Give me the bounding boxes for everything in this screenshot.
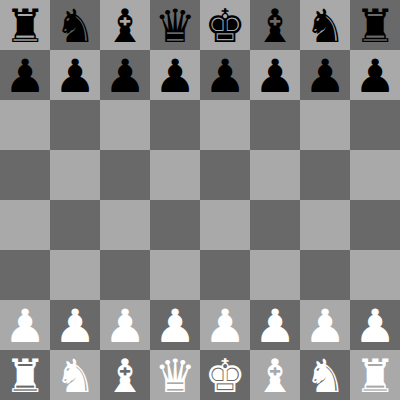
square-g6[interactable]	[300, 100, 350, 150]
square-f4[interactable]	[250, 200, 300, 250]
chess-board: ♜♞♝♛♚♝♞♜♟♟♟♟♟♟♟♟♟♟♟♟♟♟♟♟♜♞♝♛♚♝♞♜	[0, 0, 400, 400]
piece-black-queen: ♛	[154, 1, 195, 50]
piece-black-pawn: ♟	[4, 51, 45, 100]
piece-black-pawn: ♟	[354, 51, 395, 100]
square-c7[interactable]: ♟	[100, 50, 150, 100]
square-d4[interactable]	[150, 200, 200, 250]
square-h2[interactable]: ♟	[350, 300, 400, 350]
square-h4[interactable]	[350, 200, 400, 250]
square-e8[interactable]: ♚	[200, 0, 250, 50]
square-c3[interactable]	[100, 250, 150, 300]
piece-white-pawn: ♟	[104, 301, 145, 350]
square-a6[interactable]	[0, 100, 50, 150]
piece-white-pawn: ♟	[304, 301, 345, 350]
piece-black-rook: ♜	[4, 1, 45, 50]
piece-black-knight: ♞	[54, 1, 95, 50]
square-b6[interactable]	[50, 100, 100, 150]
square-c8[interactable]: ♝	[100, 0, 150, 50]
square-h8[interactable]: ♜	[350, 0, 400, 50]
piece-black-king: ♚	[204, 1, 245, 50]
square-f1[interactable]: ♝	[250, 350, 300, 400]
square-f6[interactable]	[250, 100, 300, 150]
square-c6[interactable]	[100, 100, 150, 150]
square-f3[interactable]	[250, 250, 300, 300]
square-a5[interactable]	[0, 150, 50, 200]
piece-black-pawn: ♟	[204, 51, 245, 100]
square-a2[interactable]: ♟	[0, 300, 50, 350]
piece-black-pawn: ♟	[304, 51, 345, 100]
piece-white-rook: ♜	[354, 351, 395, 400]
piece-black-rook: ♜	[354, 1, 395, 50]
square-h3[interactable]	[350, 250, 400, 300]
square-g5[interactable]	[300, 150, 350, 200]
piece-white-pawn: ♟	[354, 301, 395, 350]
square-e2[interactable]: ♟	[200, 300, 250, 350]
square-d2[interactable]: ♟	[150, 300, 200, 350]
square-e7[interactable]: ♟	[200, 50, 250, 100]
piece-black-pawn: ♟	[104, 51, 145, 100]
square-h1[interactable]: ♜	[350, 350, 400, 400]
square-a3[interactable]	[0, 250, 50, 300]
square-e6[interactable]	[200, 100, 250, 150]
square-d3[interactable]	[150, 250, 200, 300]
square-e4[interactable]	[200, 200, 250, 250]
piece-black-pawn: ♟	[254, 51, 295, 100]
square-g2[interactable]: ♟	[300, 300, 350, 350]
piece-black-pawn: ♟	[54, 51, 95, 100]
square-f5[interactable]	[250, 150, 300, 200]
square-a1[interactable]: ♜	[0, 350, 50, 400]
square-b3[interactable]	[50, 250, 100, 300]
square-a4[interactable]	[0, 200, 50, 250]
piece-white-knight: ♞	[304, 351, 345, 400]
square-g8[interactable]: ♞	[300, 0, 350, 50]
square-f8[interactable]: ♝	[250, 0, 300, 50]
square-c1[interactable]: ♝	[100, 350, 150, 400]
piece-white-queen: ♛	[154, 351, 195, 400]
piece-white-bishop: ♝	[254, 351, 295, 400]
square-a8[interactable]: ♜	[0, 0, 50, 50]
square-b7[interactable]: ♟	[50, 50, 100, 100]
square-h6[interactable]	[350, 100, 400, 150]
piece-white-king: ♚	[204, 351, 245, 400]
piece-black-bishop: ♝	[104, 1, 145, 50]
piece-black-knight: ♞	[304, 1, 345, 50]
piece-white-pawn: ♟	[254, 301, 295, 350]
square-e3[interactable]	[200, 250, 250, 300]
square-g3[interactable]	[300, 250, 350, 300]
square-b5[interactable]	[50, 150, 100, 200]
square-h7[interactable]: ♟	[350, 50, 400, 100]
piece-white-pawn: ♟	[54, 301, 95, 350]
square-d1[interactable]: ♛	[150, 350, 200, 400]
piece-white-knight: ♞	[54, 351, 95, 400]
square-g7[interactable]: ♟	[300, 50, 350, 100]
square-b1[interactable]: ♞	[50, 350, 100, 400]
square-b8[interactable]: ♞	[50, 0, 100, 50]
square-b4[interactable]	[50, 200, 100, 250]
piece-black-bishop: ♝	[254, 1, 295, 50]
square-d6[interactable]	[150, 100, 200, 150]
piece-white-bishop: ♝	[104, 351, 145, 400]
square-f7[interactable]: ♟	[250, 50, 300, 100]
square-c5[interactable]	[100, 150, 150, 200]
square-f2[interactable]: ♟	[250, 300, 300, 350]
piece-black-pawn: ♟	[154, 51, 195, 100]
piece-white-pawn: ♟	[204, 301, 245, 350]
square-c4[interactable]	[100, 200, 150, 250]
square-d8[interactable]: ♛	[150, 0, 200, 50]
square-d7[interactable]: ♟	[150, 50, 200, 100]
piece-white-pawn: ♟	[4, 301, 45, 350]
square-b2[interactable]: ♟	[50, 300, 100, 350]
piece-white-pawn: ♟	[154, 301, 195, 350]
square-g1[interactable]: ♞	[300, 350, 350, 400]
piece-white-rook: ♜	[4, 351, 45, 400]
square-a7[interactable]: ♟	[0, 50, 50, 100]
square-c2[interactable]: ♟	[100, 300, 150, 350]
square-e1[interactable]: ♚	[200, 350, 250, 400]
square-h5[interactable]	[350, 150, 400, 200]
square-e5[interactable]	[200, 150, 250, 200]
square-d5[interactable]	[150, 150, 200, 200]
square-g4[interactable]	[300, 200, 350, 250]
